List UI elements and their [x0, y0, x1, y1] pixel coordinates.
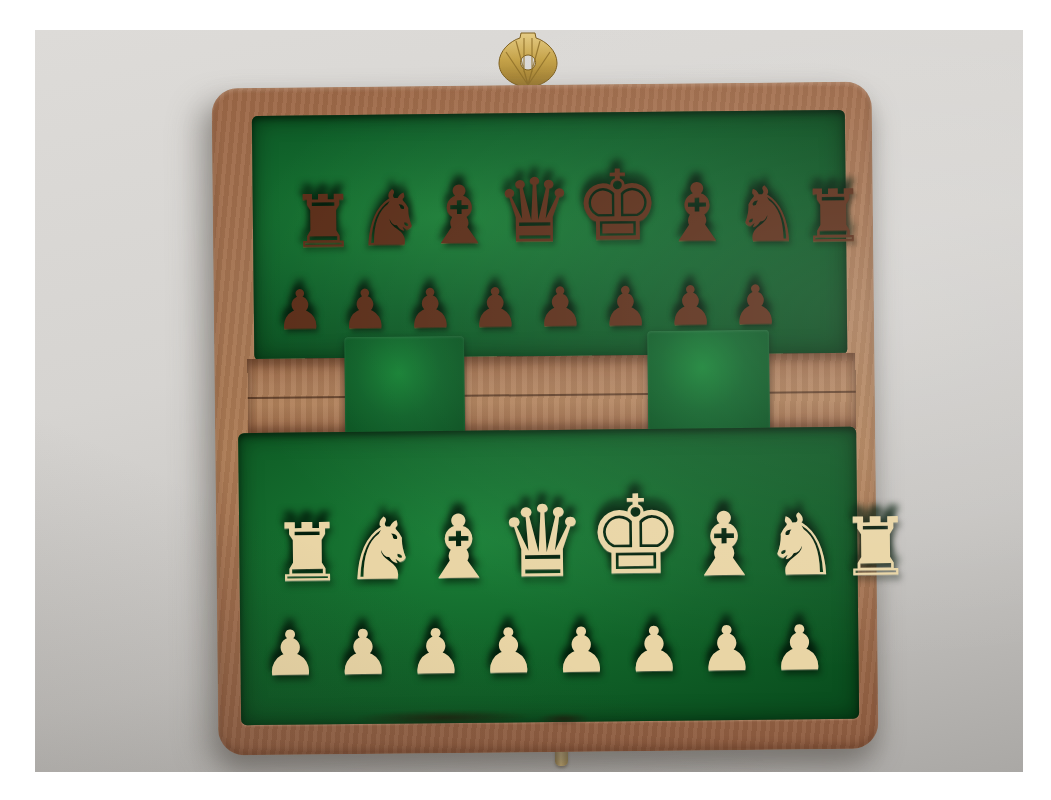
- photo-wall-background: ♜ ♞ ♝ ♛ ♚ ♝ ♞ ♜ ♟ ♟ ♟ ♟ ♟ ♟ ♟ ♟ ♜: [35, 30, 1023, 772]
- light-pawn: ♟: [553, 621, 609, 680]
- light-rook: ♜: [271, 515, 344, 592]
- light-knight: ♞: [763, 505, 840, 587]
- light-pawn: ♟: [480, 622, 536, 681]
- light-queen: ♛: [498, 495, 588, 590]
- dark-queen: ♛: [495, 169, 575, 253]
- dark-pawn: ♟: [666, 280, 715, 332]
- light-pawn: ♟: [771, 619, 827, 678]
- light-pawn: ♟: [626, 621, 682, 680]
- dark-knight: ♞: [732, 178, 801, 251]
- felt-tab-left: [344, 336, 465, 442]
- dark-pawn: ♟: [341, 283, 390, 335]
- dark-pawn: ♟: [471, 282, 520, 334]
- dark-pawn: ♟: [406, 283, 455, 335]
- dark-back-row: ♜ ♞ ♝ ♛ ♚ ♝ ♞ ♜: [290, 137, 803, 255]
- light-bishop: ♝: [419, 506, 499, 590]
- chess-box: ♜ ♞ ♝ ♛ ♚ ♝ ♞ ♜ ♟ ♟ ♟ ♟ ♟ ♟ ♟ ♟ ♜: [212, 82, 879, 756]
- light-pawn: ♟: [262, 625, 318, 684]
- dark-pawn: ♟: [601, 281, 650, 333]
- light-pawn-row: ♟ ♟ ♟ ♟ ♟ ♟ ♟ ♟: [262, 602, 828, 684]
- light-bishop: ♝: [684, 503, 764, 587]
- dark-knight: ♞: [355, 182, 424, 255]
- dark-pawn: ♟: [276, 284, 325, 336]
- light-king: ♚: [586, 484, 685, 589]
- dark-pawn: ♟: [536, 281, 585, 333]
- light-rook: ♜: [839, 509, 912, 586]
- light-pawn: ♟: [699, 620, 755, 679]
- dark-pawn-row: ♟ ♟ ♟ ♟ ♟ ♟ ♟ ♟: [275, 263, 780, 336]
- light-back-row: ♜ ♞ ♝ ♛ ♚ ♝ ♞ ♜: [270, 457, 851, 592]
- light-pawn: ♟: [408, 623, 464, 682]
- felt-tab-right: [647, 330, 770, 436]
- dark-pawn: ♟: [731, 279, 780, 331]
- dark-bishop: ♝: [423, 178, 496, 255]
- light-pawn: ♟: [335, 624, 391, 683]
- dark-bishop: ♝: [661, 175, 734, 252]
- dark-king: ♚: [574, 160, 662, 253]
- dark-rook: ♜: [291, 187, 356, 256]
- light-knight: ♞: [343, 510, 420, 592]
- wood-knot: [536, 713, 591, 726]
- dark-rook: ♜: [801, 181, 866, 250]
